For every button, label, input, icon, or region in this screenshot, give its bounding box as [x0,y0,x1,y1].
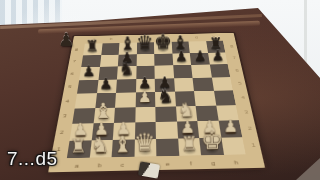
coord-label: 5 [237,77,243,91]
coord-label: g [202,160,226,166]
piece-white-queen-d1: ♛ [134,139,156,157]
coord-label: e [154,36,171,40]
move-caption: 7...d5 [7,148,58,170]
coord-label: d [137,36,154,40]
white-rook-icon: ♜ [69,137,86,156]
white-rook-icon: ♜ [181,135,198,154]
video-frame: abcdefgh abcdefgh 12345678 12345678 ♜♝♛♚… [0,0,320,180]
coord-label: c [111,162,134,168]
coord-label: a [85,37,103,41]
coord-label: 4 [240,90,247,105]
piece-black-queen-d8: ♛ [136,42,154,54]
piece-white-rook-a1: ♜ [67,140,91,158]
coord-label: e [156,161,179,167]
black-rook-icon: ♜ [85,39,99,54]
coord-label: 5 [67,80,73,94]
coord-label: 7 [231,52,237,64]
piece-black-pawn-g7: ♟ [190,53,210,65]
white-pawn-icon: ♟ [223,119,238,136]
piece-black-pawn-b5: ♟ [97,79,117,93]
black-pawn-icon: ♟ [99,77,113,92]
coord-label: 6 [69,67,74,80]
coord-label: f [179,160,202,166]
coord-label: 3 [62,108,68,124]
piece-black-knight-c6: ♞ [117,66,136,79]
coord-label: 8 [74,44,79,55]
coord-label: 1 [250,137,258,155]
coord-label: h [205,35,223,39]
piece-white-rook-f1: ♜ [178,138,202,156]
coord-label: 4 [64,94,70,109]
coord-label: 8 [229,41,234,52]
chess-board: abcdefgh abcdefgh 12345678 12345678 ♜♝♛♚… [48,33,265,172]
white-knight-icon: ♞ [91,135,110,156]
white-bishop-icon: ♝ [112,133,132,156]
coord-label: 2 [59,124,66,141]
piece-white-bishop-c1: ♝ [112,139,135,157]
coord-label: f [171,35,188,39]
coord-label: 3 [243,105,250,120]
coord-label: g [188,35,206,39]
black-knight-icon: ♞ [157,86,174,105]
white-bishop-icon: ♝ [94,101,113,122]
coord-label: h [224,159,248,165]
piece-black-pawn-f7: ♟ [172,53,191,65]
piece-black-rook-a8: ♜ [83,43,102,55]
coord-label: 7 [72,55,77,67]
piece-black-pawn-h7: ♟ [208,52,228,64]
coord-label: a [65,163,89,169]
coord-label: 6 [234,64,240,77]
piece-black-knight-e4: ♞ [155,92,175,107]
piece-white-knight-b1: ♞ [89,139,113,157]
black-pawn-icon: ♟ [193,49,206,63]
piece-white-pawn-d4: ♟ [135,92,155,107]
coord-label: b [102,37,119,41]
piece-white-king-g1: ♚ [199,137,223,155]
white-queen-icon: ♛ [134,131,156,155]
white-king-icon: ♚ [200,128,223,154]
black-knight-icon: ♞ [118,60,134,78]
white-pawn-icon: ♟ [138,90,152,106]
captured-pawn-on-rim: ♟ [58,31,74,49]
black-pawn-icon: ♟ [212,49,225,63]
piece-black-king-e8: ♚ [154,42,172,54]
piece-black-pawn-a6: ♟ [79,67,99,80]
coord-label: c [120,37,137,41]
black-pawn-icon: ♟ [82,64,95,79]
coord-label: b [88,162,111,168]
coord-label: 2 [246,120,253,137]
black-pawn-icon: ♟ [175,50,188,64]
